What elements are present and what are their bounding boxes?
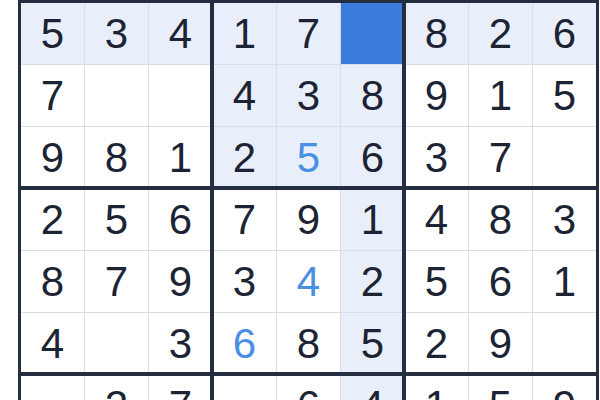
cell-r1c1[interactable]: 5 [21, 3, 84, 64]
cell-r7c3[interactable]: 7 [149, 375, 212, 400]
cell-r1c7[interactable]: 8 [405, 3, 468, 64]
box-divider-vertical-1 [210, 3, 214, 400]
cell-r2c2[interactable] [85, 65, 148, 126]
cell-r4c2[interactable]: 5 [85, 189, 148, 250]
cell-r4c9[interactable]: 3 [533, 189, 596, 250]
cell-r2c1[interactable]: 7 [21, 65, 84, 126]
cell-r3c6[interactable]: 6 [341, 127, 404, 188]
sudoku-board: 5341782674389159812563725679148387934256… [18, 0, 599, 400]
cell-r1c8[interactable]: 2 [469, 3, 532, 64]
cell-r3c1[interactable]: 9 [21, 127, 84, 188]
cell-r6c3[interactable]: 3 [149, 313, 212, 374]
cell-r6c2[interactable] [85, 313, 148, 374]
cell-r5c3[interactable]: 9 [149, 251, 212, 312]
cell-r5c4[interactable]: 3 [213, 251, 276, 312]
cell-r5c5[interactable]: 4 [277, 251, 340, 312]
cell-r6c4[interactable]: 6 [213, 313, 276, 374]
cell-r2c4[interactable]: 4 [213, 65, 276, 126]
cell-r2c5[interactable]: 3 [277, 65, 340, 126]
cell-r7c6[interactable]: 4 [341, 375, 404, 400]
cell-r4c8[interactable]: 8 [469, 189, 532, 250]
cell-r1c2[interactable]: 3 [85, 3, 148, 64]
cell-r3c9[interactable] [533, 127, 596, 188]
cell-r4c4[interactable]: 7 [213, 189, 276, 250]
cell-r4c5[interactable]: 9 [277, 189, 340, 250]
cell-r7c5[interactable]: 6 [277, 375, 340, 400]
sudoku-app: 5341782674389159812563725679148387934256… [0, 0, 600, 400]
cell-r6c1[interactable]: 4 [21, 313, 84, 374]
cell-r5c1[interactable]: 8 [21, 251, 84, 312]
cell-r5c8[interactable]: 6 [469, 251, 532, 312]
box-divider-horizontal-2 [21, 372, 596, 376]
cell-r4c1[interactable]: 2 [21, 189, 84, 250]
cell-r6c5[interactable]: 8 [277, 313, 340, 374]
cell-r2c9[interactable]: 5 [533, 65, 596, 126]
cell-r3c5[interactable]: 5 [277, 127, 340, 188]
cell-r6c8[interactable]: 9 [469, 313, 532, 374]
cell-r7c7[interactable]: 1 [405, 375, 468, 400]
cell-r1c4[interactable]: 1 [213, 3, 276, 64]
cell-r7c9[interactable]: 9 [533, 375, 596, 400]
cell-r1c3[interactable]: 4 [149, 3, 212, 64]
cell-r2c3[interactable] [149, 65, 212, 126]
cell-r7c2[interactable]: 2 [85, 375, 148, 400]
cell-r4c3[interactable]: 6 [149, 189, 212, 250]
cell-r7c8[interactable]: 5 [469, 375, 532, 400]
cell-r3c4[interactable]: 2 [213, 127, 276, 188]
cell-r2c6[interactable]: 8 [341, 65, 404, 126]
cell-r3c7[interactable]: 3 [405, 127, 468, 188]
cell-r6c9[interactable] [533, 313, 596, 374]
cell-r2c7[interactable]: 9 [405, 65, 468, 126]
sudoku-grid: 5341782674389159812563725679148387934256… [21, 3, 596, 400]
cell-r5c6[interactable]: 2 [341, 251, 404, 312]
cell-r5c7[interactable]: 5 [405, 251, 468, 312]
box-divider-horizontal-1 [21, 186, 596, 190]
cell-r7c4[interactable] [213, 375, 276, 400]
cell-r3c2[interactable]: 8 [85, 127, 148, 188]
cell-r1c9[interactable]: 6 [533, 3, 596, 64]
cell-r4c6[interactable]: 1 [341, 189, 404, 250]
cell-r1c6[interactable] [341, 3, 404, 64]
cell-r5c9[interactable]: 1 [533, 251, 596, 312]
cell-r3c3[interactable]: 1 [149, 127, 212, 188]
cell-r6c6[interactable]: 5 [341, 313, 404, 374]
cell-r5c2[interactable]: 7 [85, 251, 148, 312]
cell-r4c7[interactable]: 4 [405, 189, 468, 250]
cell-r3c8[interactable]: 7 [469, 127, 532, 188]
cell-r2c8[interactable]: 1 [469, 65, 532, 126]
box-divider-vertical-2 [402, 3, 406, 400]
cell-r1c5[interactable]: 7 [277, 3, 340, 64]
cell-r6c7[interactable]: 2 [405, 313, 468, 374]
cell-r7c1[interactable] [21, 375, 84, 400]
